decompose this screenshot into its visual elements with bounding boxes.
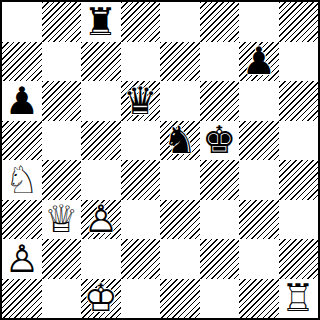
- square-h8[interactable]: [279, 2, 319, 42]
- chess-board: ♜♟♟♛♞♚♞♘♛♕♟♙♟♙♚♔♜♖: [0, 0, 320, 320]
- square-h6[interactable]: [279, 81, 319, 121]
- square-h1[interactable]: ♜♖: [279, 279, 319, 319]
- black-king-glyph: ♚: [200, 121, 240, 161]
- square-h3[interactable]: [279, 200, 319, 240]
- square-c3[interactable]: ♟♙: [81, 200, 121, 240]
- square-f5[interactable]: ♚: [200, 121, 240, 161]
- white-knight-a4[interactable]: ♞♘: [2, 160, 42, 200]
- square-d5[interactable]: [121, 121, 161, 161]
- white-king-glyph: ♔: [81, 279, 121, 319]
- square-a5[interactable]: [2, 121, 42, 161]
- white-queen-b3[interactable]: ♛♕: [42, 200, 82, 240]
- square-g4[interactable]: [239, 160, 279, 200]
- square-f6[interactable]: [200, 81, 240, 121]
- black-queen-d6[interactable]: ♛: [121, 81, 161, 121]
- white-knight-glyph: ♘: [2, 160, 42, 200]
- square-h7[interactable]: [279, 42, 319, 82]
- square-a6[interactable]: ♟: [2, 81, 42, 121]
- square-f7[interactable]: [200, 42, 240, 82]
- square-f2[interactable]: [200, 239, 240, 279]
- black-knight-glyph: ♞: [160, 121, 200, 161]
- square-b4[interactable]: [42, 160, 82, 200]
- square-e1[interactable]: [160, 279, 200, 319]
- square-c5[interactable]: [81, 121, 121, 161]
- square-h2[interactable]: [279, 239, 319, 279]
- square-d7[interactable]: [121, 42, 161, 82]
- black-pawn-glyph: ♟: [239, 42, 279, 82]
- square-a2[interactable]: ♟♙: [2, 239, 42, 279]
- square-e4[interactable]: [160, 160, 200, 200]
- black-pawn-a6[interactable]: ♟: [2, 81, 42, 121]
- square-g3[interactable]: [239, 200, 279, 240]
- square-b1[interactable]: [42, 279, 82, 319]
- square-e5[interactable]: ♞: [160, 121, 200, 161]
- square-b8[interactable]: [42, 2, 82, 42]
- square-d8[interactable]: [121, 2, 161, 42]
- square-g7[interactable]: ♟: [239, 42, 279, 82]
- square-e6[interactable]: [160, 81, 200, 121]
- square-d6[interactable]: ♛: [121, 81, 161, 121]
- square-c8[interactable]: ♜: [81, 2, 121, 42]
- black-rook-glyph: ♜: [81, 2, 121, 42]
- white-pawn-glyph: ♙: [81, 200, 121, 240]
- square-e2[interactable]: [160, 239, 200, 279]
- square-d3[interactable]: [121, 200, 161, 240]
- square-a4[interactable]: ♞♘: [2, 160, 42, 200]
- black-knight-e5[interactable]: ♞: [160, 121, 200, 161]
- white-pawn-glyph: ♙: [2, 239, 42, 279]
- square-b3[interactable]: ♛♕: [42, 200, 82, 240]
- square-e8[interactable]: [160, 2, 200, 42]
- square-b5[interactable]: [42, 121, 82, 161]
- black-queen-glyph: ♛: [121, 81, 161, 121]
- square-f3[interactable]: [200, 200, 240, 240]
- white-king-c1[interactable]: ♚♔: [81, 279, 121, 319]
- square-g8[interactable]: [239, 2, 279, 42]
- black-pawn-g7[interactable]: ♟: [239, 42, 279, 82]
- square-c6[interactable]: [81, 81, 121, 121]
- square-a1[interactable]: [2, 279, 42, 319]
- square-g6[interactable]: [239, 81, 279, 121]
- square-h5[interactable]: [279, 121, 319, 161]
- square-d4[interactable]: [121, 160, 161, 200]
- square-a3[interactable]: [2, 200, 42, 240]
- white-queen-glyph: ♕: [42, 200, 82, 240]
- black-pawn-glyph: ♟: [2, 81, 42, 121]
- square-d2[interactable]: [121, 239, 161, 279]
- square-g2[interactable]: [239, 239, 279, 279]
- square-g1[interactable]: [239, 279, 279, 319]
- square-b7[interactable]: [42, 42, 82, 82]
- square-e7[interactable]: [160, 42, 200, 82]
- square-g5[interactable]: [239, 121, 279, 161]
- square-e3[interactable]: [160, 200, 200, 240]
- white-rook-h1[interactable]: ♜♖: [279, 279, 319, 319]
- square-d1[interactable]: [121, 279, 161, 319]
- square-f1[interactable]: [200, 279, 240, 319]
- square-c7[interactable]: [81, 42, 121, 82]
- white-rook-glyph: ♖: [279, 279, 319, 319]
- black-rook-c8[interactable]: ♜: [81, 2, 121, 42]
- square-c2[interactable]: [81, 239, 121, 279]
- square-a8[interactable]: [2, 2, 42, 42]
- square-b6[interactable]: [42, 81, 82, 121]
- square-f4[interactable]: [200, 160, 240, 200]
- square-h4[interactable]: [279, 160, 319, 200]
- square-f8[interactable]: [200, 2, 240, 42]
- square-c4[interactable]: [81, 160, 121, 200]
- square-a7[interactable]: [2, 42, 42, 82]
- black-king-f5[interactable]: ♚: [200, 121, 240, 161]
- white-pawn-a2[interactable]: ♟♙: [2, 239, 42, 279]
- square-c1[interactable]: ♚♔: [81, 279, 121, 319]
- white-pawn-c3[interactable]: ♟♙: [81, 200, 121, 240]
- square-b2[interactable]: [42, 239, 82, 279]
